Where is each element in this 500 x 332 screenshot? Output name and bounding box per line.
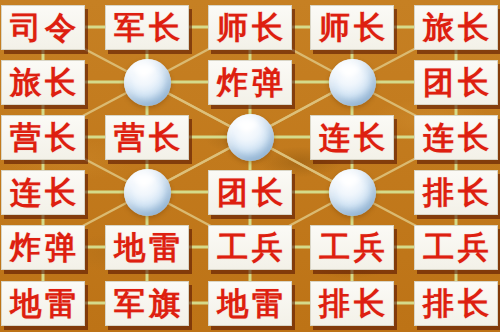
piece-tile[interactable]: 师长 <box>208 5 292 50</box>
piece-label: 军长 <box>114 12 184 43</box>
piece-tile[interactable]: 营长 <box>1 115 85 160</box>
piece-tile[interactable]: 连长 <box>1 170 85 215</box>
piece-label: 司令 <box>10 12 80 43</box>
piece-tile[interactable]: 工兵 <box>414 225 498 270</box>
piece-tile[interactable]: 营长 <box>105 115 189 160</box>
piece-label: 排长 <box>319 288 389 319</box>
piece-label: 工兵 <box>319 232 389 263</box>
camp-orb[interactable] <box>329 169 376 216</box>
piece-label: 营长 <box>114 122 184 153</box>
piece-label: 旅长 <box>10 67 80 98</box>
piece-tile[interactable]: 连长 <box>310 115 394 160</box>
piece-label: 旅长 <box>423 12 493 43</box>
piece-tile[interactable]: 排长 <box>414 170 498 215</box>
piece-label: 地雷 <box>217 288 287 319</box>
piece-label: 师长 <box>319 12 389 43</box>
piece-tile[interactable]: 旅长 <box>414 5 498 50</box>
piece-tile[interactable]: 地雷 <box>208 281 292 326</box>
piece-label: 炸弹 <box>10 232 80 263</box>
piece-label: 地雷 <box>114 232 184 263</box>
piece-tile[interactable]: 炸弹 <box>1 225 85 270</box>
piece-tile[interactable]: 旅长 <box>1 60 85 105</box>
piece-label: 排长 <box>423 288 493 319</box>
piece-tile[interactable]: 地雷 <box>105 225 189 270</box>
piece-tile[interactable]: 炸弹 <box>208 60 292 105</box>
piece-tile[interactable]: 军旗 <box>105 281 189 326</box>
piece-label: 地雷 <box>10 288 80 319</box>
luzhanqi-board: 司令军长师长师长旅长旅长炸弹团长营长营长连长连长连长团长排长炸弹地雷工兵工兵工兵… <box>0 0 500 332</box>
piece-label: 营长 <box>10 122 80 153</box>
piece-label: 排长 <box>423 177 493 208</box>
piece-label: 军旗 <box>114 288 184 319</box>
piece-label: 连长 <box>319 122 389 153</box>
piece-tile[interactable]: 团长 <box>414 60 498 105</box>
piece-tile[interactable]: 排长 <box>310 281 394 326</box>
camp-orb[interactable] <box>329 59 376 106</box>
piece-tile[interactable]: 工兵 <box>208 225 292 270</box>
piece-tile[interactable]: 师长 <box>310 5 394 50</box>
camp-orb[interactable] <box>124 169 171 216</box>
camp-orb[interactable] <box>124 59 171 106</box>
piece-label: 连长 <box>10 177 80 208</box>
piece-tile[interactable]: 工兵 <box>310 225 394 270</box>
piece-label: 团长 <box>423 67 493 98</box>
piece-label: 工兵 <box>217 232 287 263</box>
piece-tile[interactable]: 连长 <box>414 115 498 160</box>
piece-tile[interactable]: 军长 <box>105 5 189 50</box>
piece-label: 连长 <box>423 122 493 153</box>
camp-orb[interactable] <box>227 114 274 161</box>
piece-tile[interactable]: 排长 <box>414 281 498 326</box>
piece-label: 团长 <box>217 177 287 208</box>
piece-tile[interactable]: 地雷 <box>1 281 85 326</box>
piece-label: 师长 <box>217 12 287 43</box>
piece-label: 炸弹 <box>217 67 287 98</box>
piece-tile[interactable]: 团长 <box>208 170 292 215</box>
piece-tile[interactable]: 司令 <box>1 5 85 50</box>
piece-label: 工兵 <box>423 232 493 263</box>
